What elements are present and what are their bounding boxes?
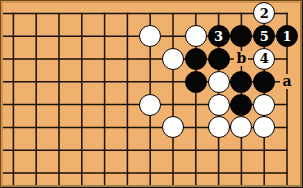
intersection [139, 25, 162, 48]
intersection [207, 162, 230, 185]
intersection [25, 116, 48, 139]
move-number: 1 [282, 30, 291, 43]
intersection [93, 25, 116, 48]
black-stone [230, 71, 252, 93]
intersection [276, 93, 299, 116]
intersection [70, 162, 93, 185]
intersection [139, 93, 162, 116]
white-stone [208, 71, 230, 93]
intersection [2, 48, 25, 71]
move-number: 4 [260, 52, 269, 65]
intersection [253, 93, 276, 116]
intersection [48, 25, 71, 48]
intersection [2, 25, 25, 48]
black-stone-move-1: 1 [276, 25, 298, 47]
white-stone [162, 48, 184, 70]
intersection [116, 162, 139, 185]
intersection [2, 139, 25, 162]
white-stone [139, 25, 161, 47]
black-stone-move-5: 5 [253, 25, 275, 47]
intersection [48, 48, 71, 71]
intersection [162, 139, 185, 162]
intersection [139, 70, 162, 93]
intersection: 2 [253, 2, 276, 25]
intersection [184, 70, 207, 93]
intersection [184, 162, 207, 185]
intersection [253, 162, 276, 185]
intersection [139, 139, 162, 162]
intersection [207, 116, 230, 139]
intersection [48, 162, 71, 185]
intersection [276, 48, 299, 71]
intersection [230, 2, 253, 25]
black-stone [230, 25, 252, 47]
intersection [230, 116, 253, 139]
intersection [253, 70, 276, 93]
black-stone [253, 71, 275, 93]
intersection [25, 139, 48, 162]
intersection [93, 2, 116, 25]
white-stone [185, 25, 207, 47]
intersection [230, 139, 253, 162]
white-stone [208, 94, 230, 116]
intersection [162, 162, 185, 185]
intersection [70, 25, 93, 48]
white-stone [230, 116, 252, 138]
intersection [207, 139, 230, 162]
intersection [2, 2, 25, 25]
intersection [25, 25, 48, 48]
intersection [48, 93, 71, 116]
intersection [70, 2, 93, 25]
white-stone [208, 116, 230, 138]
intersection [116, 93, 139, 116]
intersection: 1 [276, 25, 299, 48]
intersection [116, 48, 139, 71]
intersection [70, 48, 93, 71]
intersection [162, 70, 185, 93]
intersection [253, 116, 276, 139]
intersection: 5 [253, 25, 276, 48]
intersection [162, 48, 185, 71]
intersection [93, 70, 116, 93]
white-stone-move-4: 4 [253, 48, 275, 70]
intersection [48, 2, 71, 25]
intersection [2, 162, 25, 185]
stones-grid: 2351b4a [2, 2, 298, 184]
black-stone [185, 71, 207, 93]
white-stone [253, 94, 275, 116]
intersection [207, 70, 230, 93]
point-label-b: b [234, 51, 248, 66]
intersection [276, 2, 299, 25]
intersection [184, 139, 207, 162]
white-stone-move-2: 2 [253, 2, 275, 24]
black-stone-move-3: 3 [208, 25, 230, 47]
intersection [48, 116, 71, 139]
intersection [253, 139, 276, 162]
black-stone [208, 48, 230, 70]
intersection [116, 2, 139, 25]
intersection [230, 70, 253, 93]
intersection: a [276, 70, 299, 93]
intersection [184, 116, 207, 139]
intersection [93, 139, 116, 162]
intersection [139, 48, 162, 71]
intersection [230, 93, 253, 116]
intersection [162, 25, 185, 48]
intersection [2, 116, 25, 139]
black-stone [230, 94, 252, 116]
intersection [184, 2, 207, 25]
intersection [162, 116, 185, 139]
intersection [276, 139, 299, 162]
intersection [93, 48, 116, 71]
intersection [116, 25, 139, 48]
intersection [70, 116, 93, 139]
intersection [230, 162, 253, 185]
black-stone [185, 48, 207, 70]
intersection: b [230, 48, 253, 71]
intersection [207, 48, 230, 71]
intersection [25, 162, 48, 185]
move-number: 2 [260, 7, 269, 20]
intersection [25, 48, 48, 71]
intersection [276, 116, 299, 139]
intersection [116, 139, 139, 162]
intersection [184, 25, 207, 48]
white-stone [139, 94, 161, 116]
intersection [48, 70, 71, 93]
intersection [207, 93, 230, 116]
intersection [139, 162, 162, 185]
intersection [48, 139, 71, 162]
white-stone [253, 116, 275, 138]
intersection [70, 139, 93, 162]
intersection [25, 93, 48, 116]
white-stone [162, 116, 184, 138]
intersection [25, 70, 48, 93]
intersection [2, 93, 25, 116]
point-label-a: a [280, 74, 293, 89]
move-number: 3 [214, 30, 223, 43]
intersection [93, 93, 116, 116]
intersection [139, 2, 162, 25]
intersection [2, 70, 25, 93]
intersection [230, 25, 253, 48]
intersection [116, 70, 139, 93]
intersection [184, 93, 207, 116]
move-number: 5 [260, 30, 269, 43]
intersection [184, 48, 207, 71]
intersection [93, 116, 116, 139]
intersection [70, 70, 93, 93]
intersection [207, 2, 230, 25]
intersection [25, 2, 48, 25]
intersection [276, 162, 299, 185]
go-diagram: 2351b4a [0, 0, 303, 188]
intersection: 4 [253, 48, 276, 71]
intersection [70, 93, 93, 116]
intersection: 3 [207, 25, 230, 48]
intersection [116, 116, 139, 139]
board-frame: 2351b4a [1, 1, 302, 187]
intersection [162, 93, 185, 116]
go-board-field: 2351b4a [3, 3, 300, 185]
intersection [93, 162, 116, 185]
intersection [162, 2, 185, 25]
intersection [139, 116, 162, 139]
